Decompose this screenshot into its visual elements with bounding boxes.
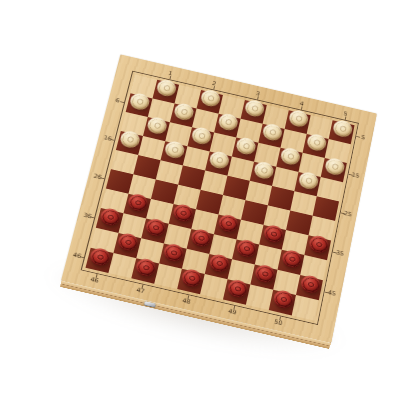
square-number-label: 26 — [93, 173, 102, 180]
border-tick — [257, 96, 259, 99]
border-tick — [187, 295, 189, 299]
border-tick — [120, 101, 124, 103]
square-number-label: 49 — [228, 308, 237, 316]
border-tick — [333, 251, 337, 253]
square-number-label: 48 — [182, 298, 191, 306]
border-tick — [213, 86, 215, 89]
square-number-label: 45 — [327, 289, 336, 296]
square-number-label: 50 — [274, 319, 283, 327]
square-number-label: 47 — [136, 287, 145, 295]
border-tick — [100, 177, 104, 179]
border-tick — [233, 306, 235, 310]
border-tick — [349, 173, 353, 175]
border-tick — [325, 291, 329, 293]
border-tick — [80, 256, 84, 258]
border-tick — [141, 285, 143, 289]
border-tick — [344, 116, 346, 119]
square-number-label: 46 — [73, 251, 82, 258]
border-tick — [279, 316, 281, 320]
photo-scene: 123455152535456162636464647484950 — [0, 0, 400, 400]
border-tick — [95, 274, 97, 278]
metal-clasp-icon — [144, 301, 156, 308]
border-tick — [300, 106, 302, 109]
border-tick — [90, 216, 94, 218]
square-number-label: 36 — [83, 212, 92, 219]
square-number-label: 35 — [335, 249, 344, 256]
border-tick — [356, 136, 360, 138]
border-tick — [169, 76, 171, 79]
square-number-label: 46 — [90, 276, 99, 284]
square-number-label: 5 — [361, 134, 366, 140]
border-tick — [341, 212, 345, 214]
